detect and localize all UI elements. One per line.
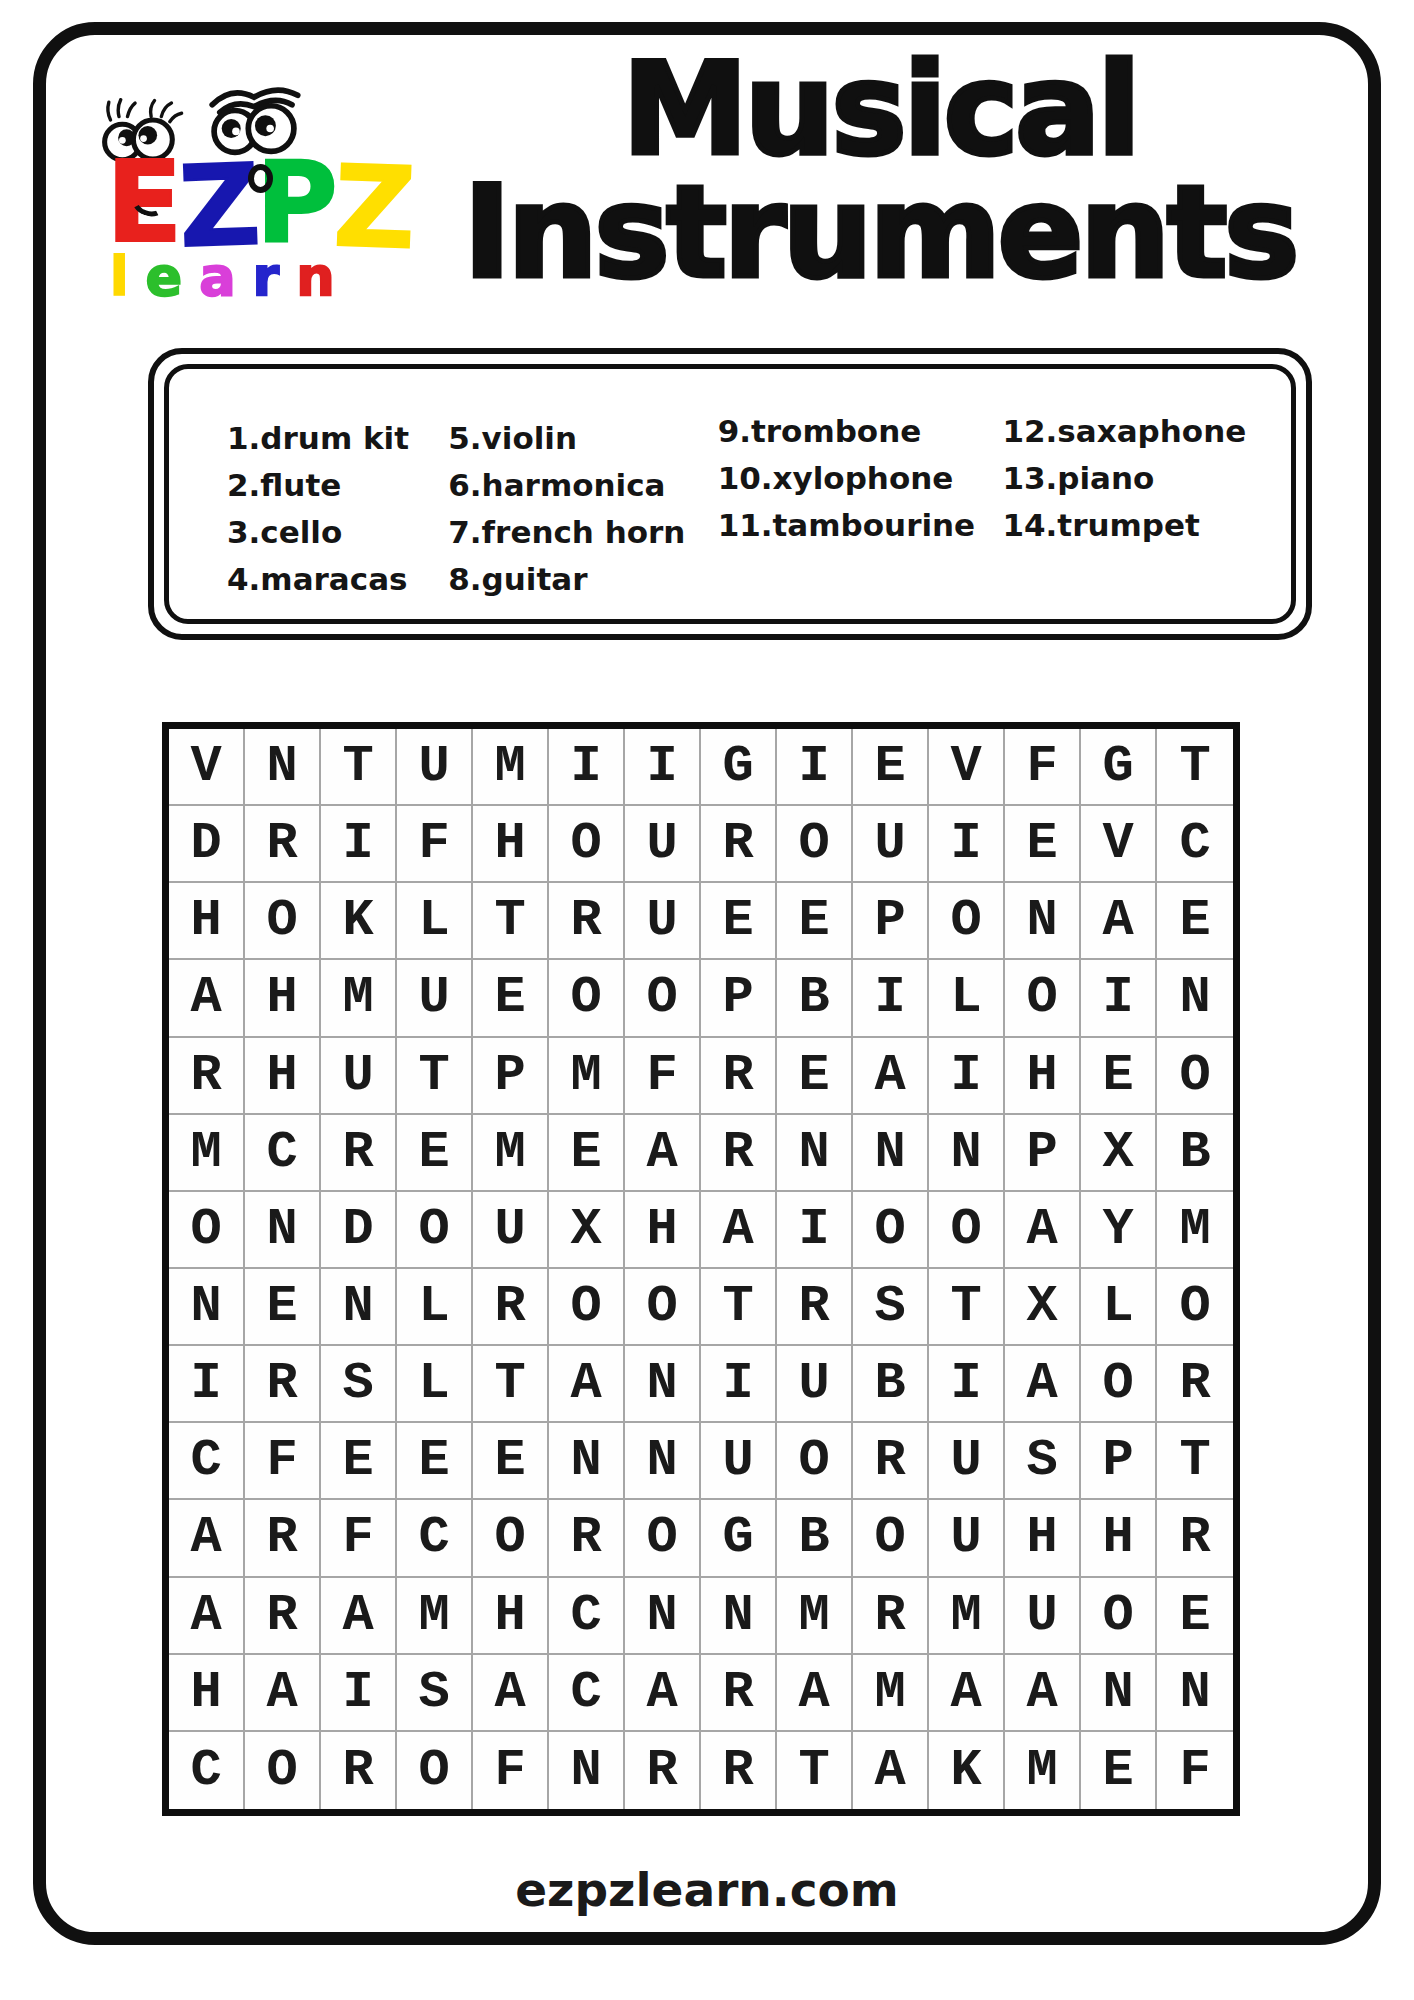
- word-list-item: 8.guitar: [448, 556, 717, 603]
- grid-cell-r8c8[interactable]: T: [701, 1269, 777, 1346]
- grid-cell-r4c2[interactable]: H: [245, 960, 321, 1037]
- grid-cell-r10c9[interactable]: O: [777, 1423, 853, 1500]
- grid-cell-r2c14[interactable]: C: [1157, 806, 1233, 883]
- grid-cell-r2c9[interactable]: O: [777, 806, 853, 883]
- grid-cell-r5c12[interactable]: H: [1005, 1038, 1081, 1115]
- grid-cell-r10c5[interactable]: E: [473, 1423, 549, 1500]
- word-list-column-3: 9.trombone10.xylophone11.tambourine: [718, 408, 1003, 619]
- grid-cell-r11c13[interactable]: H: [1081, 1500, 1157, 1577]
- grid-cell-r14c4[interactable]: O: [397, 1732, 473, 1809]
- grid-cell-r7c11[interactable]: O: [929, 1192, 1005, 1269]
- grid-cell-r14c9[interactable]: T: [777, 1732, 853, 1809]
- word-search-grid: VNTUMIIGIEVFGTDRIFHOUROUIEVCHOKLTRUEEPON…: [162, 722, 1240, 1816]
- grid-cell-r13c10[interactable]: M: [853, 1655, 929, 1732]
- word-list-item: 4.maracas: [227, 556, 448, 603]
- grid-cell-r8c10[interactable]: S: [853, 1269, 929, 1346]
- grid-cell-r4c5[interactable]: E: [473, 960, 549, 1037]
- grid-cell-r3c7[interactable]: U: [625, 883, 701, 960]
- grid-cell-r8c1[interactable]: N: [169, 1269, 245, 1346]
- grid-cell-r5c14[interactable]: O: [1157, 1038, 1233, 1115]
- grid-cell-r11c5[interactable]: O: [473, 1500, 549, 1577]
- grid-cell-r12c14[interactable]: E: [1157, 1578, 1233, 1655]
- grid-cell-r12c6[interactable]: C: [549, 1578, 625, 1655]
- grid-cell-r12c13[interactable]: O: [1081, 1578, 1157, 1655]
- grid-cell-r9c12[interactable]: A: [1005, 1346, 1081, 1423]
- grid-cell-r10c7[interactable]: N: [625, 1423, 701, 1500]
- logo-letter-p-3: P: [256, 146, 334, 258]
- grid-cell-r3c11[interactable]: O: [929, 883, 1005, 960]
- grid-cell-r6c5[interactable]: M: [473, 1115, 549, 1192]
- grid-cell-r14c12[interactable]: M: [1005, 1732, 1081, 1809]
- grid-cell-r8c6[interactable]: O: [549, 1269, 625, 1346]
- word-list-item: 7.french horn: [448, 509, 717, 556]
- grid-cell-r10c13[interactable]: P: [1081, 1423, 1157, 1500]
- grid-cell-r3c13[interactable]: A: [1081, 883, 1157, 960]
- grid-cell-r3c1[interactable]: H: [169, 883, 245, 960]
- grid-cell-r9c9[interactable]: U: [777, 1346, 853, 1423]
- grid-cell-r13c8[interactable]: R: [701, 1655, 777, 1732]
- grid-cell-r7c13[interactable]: Y: [1081, 1192, 1157, 1269]
- logo-learn-letter-l-1: l: [110, 245, 146, 308]
- grid-cell-r13c11[interactable]: A: [929, 1655, 1005, 1732]
- grid-cell-r11c3[interactable]: F: [321, 1500, 397, 1577]
- grid-cell-r5c3[interactable]: U: [321, 1038, 397, 1115]
- grid-cell-r1c4[interactable]: U: [397, 729, 473, 806]
- grid-cell-r5c13[interactable]: E: [1081, 1038, 1157, 1115]
- word-list-column-4: 12.saxaphone13.piano14.trumpet: [1002, 408, 1291, 619]
- grid-cell-r5c11[interactable]: I: [929, 1038, 1005, 1115]
- grid-cell-r6c2[interactable]: C: [245, 1115, 321, 1192]
- grid-cell-r12c7[interactable]: N: [625, 1578, 701, 1655]
- grid-cell-r2c11[interactable]: I: [929, 806, 1005, 883]
- grid-cell-r11c11[interactable]: U: [929, 1500, 1005, 1577]
- grid-cell-r2c1[interactable]: D: [169, 806, 245, 883]
- grid-cell-r5c1[interactable]: R: [169, 1038, 245, 1115]
- grid-cell-r11c1[interactable]: A: [169, 1500, 245, 1577]
- grid-cell-r2c7[interactable]: U: [625, 806, 701, 883]
- grid-cell-r9c13[interactable]: O: [1081, 1346, 1157, 1423]
- grid-cell-r6c7[interactable]: A: [625, 1115, 701, 1192]
- grid-cell-r4c10[interactable]: I: [853, 960, 929, 1037]
- grid-cell-r3c6[interactable]: R: [549, 883, 625, 960]
- grid-cell-r14c7[interactable]: R: [625, 1732, 701, 1809]
- grid-cell-r10c2[interactable]: F: [245, 1423, 321, 1500]
- grid-cell-r14c3[interactable]: R: [321, 1732, 397, 1809]
- grid-cell-r4c11[interactable]: L: [929, 960, 1005, 1037]
- grid-cell-r9c11[interactable]: I: [929, 1346, 1005, 1423]
- grid-cell-r6c11[interactable]: N: [929, 1115, 1005, 1192]
- grid-cell-r9c2[interactable]: R: [245, 1346, 321, 1423]
- ezpz-learn-logo: EZPZ learn: [88, 68, 408, 303]
- grid-cell-r5c5[interactable]: P: [473, 1038, 549, 1115]
- grid-cell-r5c2[interactable]: H: [245, 1038, 321, 1115]
- word-list-item: 14.trumpet: [1002, 502, 1291, 549]
- footer-site-url: ezpzlearn.com: [0, 1862, 1414, 1917]
- grid-cell-r3c9[interactable]: E: [777, 883, 853, 960]
- grid-cell-r14c2[interactable]: O: [245, 1732, 321, 1809]
- grid-cell-r3c3[interactable]: K: [321, 883, 397, 960]
- grid-cell-r8c12[interactable]: X: [1005, 1269, 1081, 1346]
- grid-cell-r11c8[interactable]: G: [701, 1500, 777, 1577]
- grid-cell-r12c12[interactable]: U: [1005, 1578, 1081, 1655]
- word-list-item: 10.xylophone: [718, 455, 1003, 502]
- grid-cell-r12c1[interactable]: A: [169, 1578, 245, 1655]
- grid-cell-r1c1[interactable]: V: [169, 729, 245, 806]
- grid-cell-r11c7[interactable]: O: [625, 1500, 701, 1577]
- grid-cell-r6c13[interactable]: X: [1081, 1115, 1157, 1192]
- grid-cell-r14c5[interactable]: F: [473, 1732, 549, 1809]
- grid-cell-r2c10[interactable]: U: [853, 806, 929, 883]
- word-list-item: 9.trombone: [718, 408, 1003, 455]
- grid-cell-r2c12[interactable]: E: [1005, 806, 1081, 883]
- grid-cell-r2c5[interactable]: H: [473, 806, 549, 883]
- grid-cell-r5c4[interactable]: T: [397, 1038, 473, 1115]
- grid-cell-r1c9[interactable]: I: [777, 729, 853, 806]
- grid-cell-r4c4[interactable]: U: [397, 960, 473, 1037]
- grid-cell-r6c10[interactable]: N: [853, 1115, 929, 1192]
- grid-cell-r3c2[interactable]: O: [245, 883, 321, 960]
- word-list-item: 12.saxaphone: [1002, 408, 1291, 455]
- word-list-inner-box: 1.drum kit2.flute3.cello4.maracas 5.viol…: [164, 364, 1296, 624]
- grid-cell-r12c2[interactable]: R: [245, 1578, 321, 1655]
- grid-cell-r2c2[interactable]: R: [245, 806, 321, 883]
- grid-cell-r6c3[interactable]: R: [321, 1115, 397, 1192]
- grid-cell-r6c12[interactable]: P: [1005, 1115, 1081, 1192]
- logo-learn-letters: learn: [110, 250, 352, 304]
- grid-cell-r8c2[interactable]: E: [245, 1269, 321, 1346]
- grid-cell-r8c13[interactable]: L: [1081, 1269, 1157, 1346]
- grid-cell-r5c8[interactable]: R: [701, 1038, 777, 1115]
- grid-cell-r12c10[interactable]: R: [853, 1578, 929, 1655]
- grid-cell-r12c11[interactable]: M: [929, 1578, 1005, 1655]
- grid-cell-r13c2[interactable]: A: [245, 1655, 321, 1732]
- grid-cell-r5c6[interactable]: M: [549, 1038, 625, 1115]
- grid-cell-r10c11[interactable]: U: [929, 1423, 1005, 1500]
- grid-cell-r1c2[interactable]: N: [245, 729, 321, 806]
- grid-cell-r10c3[interactable]: E: [321, 1423, 397, 1500]
- word-list-column-1: 1.drum kit2.flute3.cello4.maracas: [227, 415, 448, 619]
- grid-cell-r13c6[interactable]: C: [549, 1655, 625, 1732]
- grid-cell-r13c14[interactable]: N: [1157, 1655, 1233, 1732]
- grid-cell-r7c6[interactable]: X: [549, 1192, 625, 1269]
- grid-cell-r9c3[interactable]: S: [321, 1346, 397, 1423]
- grid-cell-r3c8[interactable]: E: [701, 883, 777, 960]
- grid-cell-r13c4[interactable]: S: [397, 1655, 473, 1732]
- grid-cell-r9c8[interactable]: I: [701, 1346, 777, 1423]
- grid-cell-r9c5[interactable]: T: [473, 1346, 549, 1423]
- word-list-item: 1.drum kit: [227, 415, 448, 462]
- grid-cell-r10c1[interactable]: C: [169, 1423, 245, 1500]
- grid-cell-r14c8[interactable]: R: [701, 1732, 777, 1809]
- grid-cell-r6c14[interactable]: B: [1157, 1115, 1233, 1192]
- grid-cell-r10c10[interactable]: R: [853, 1423, 929, 1500]
- word-list-box: 1.drum kit2.flute3.cello4.maracas 5.viol…: [148, 348, 1312, 640]
- grid-cell-r3c4[interactable]: L: [397, 883, 473, 960]
- grid-cell-r11c10[interactable]: O: [853, 1500, 929, 1577]
- grid-cell-r7c7[interactable]: H: [625, 1192, 701, 1269]
- logo-learn-letter-a-3: a: [199, 245, 252, 308]
- grid-cell-r14c11[interactable]: K: [929, 1732, 1005, 1809]
- logo-surprised-mouth: [248, 164, 273, 193]
- grid-cell-r4c13[interactable]: I: [1081, 960, 1157, 1037]
- logo-learn-letter-r-4: r: [253, 245, 297, 308]
- grid-cell-r13c3[interactable]: I: [321, 1655, 397, 1732]
- grid-cell-r12c9[interactable]: M: [777, 1578, 853, 1655]
- grid-cell-r10c8[interactable]: U: [701, 1423, 777, 1500]
- grid-cell-r7c10[interactable]: O: [853, 1192, 929, 1269]
- grid-cell-r9c1[interactable]: I: [169, 1346, 245, 1423]
- grid-cell-r13c7[interactable]: A: [625, 1655, 701, 1732]
- grid-cell-r8c14[interactable]: O: [1157, 1269, 1233, 1346]
- grid-cell-r4c7[interactable]: O: [625, 960, 701, 1037]
- grid-cell-r4c8[interactable]: P: [701, 960, 777, 1037]
- worksheet-title: Musical Instruments: [400, 48, 1360, 295]
- grid-cell-r7c5[interactable]: U: [473, 1192, 549, 1269]
- grid-cell-r9c7[interactable]: N: [625, 1346, 701, 1423]
- grid-cell-r6c9[interactable]: N: [777, 1115, 853, 1192]
- word-list-item: 13.piano: [1002, 455, 1291, 502]
- grid-cell-r14c6[interactable]: N: [549, 1732, 625, 1809]
- grid-cell-r9c14[interactable]: R: [1157, 1346, 1233, 1423]
- grid-cell-r13c9[interactable]: A: [777, 1655, 853, 1732]
- grid-cell-r13c13[interactable]: N: [1081, 1655, 1157, 1732]
- grid-cell-r11c4[interactable]: C: [397, 1500, 473, 1577]
- grid-cell-r9c4[interactable]: L: [397, 1346, 473, 1423]
- grid-cell-r13c12[interactable]: A: [1005, 1655, 1081, 1732]
- grid-cell-r2c4[interactable]: F: [397, 806, 473, 883]
- grid-cell-r7c9[interactable]: I: [777, 1192, 853, 1269]
- grid-cell-r11c12[interactable]: H: [1005, 1500, 1081, 1577]
- grid-cell-r7c8[interactable]: A: [701, 1192, 777, 1269]
- grid-cell-r1c7[interactable]: I: [625, 729, 701, 806]
- grid-cell-r14c10[interactable]: A: [853, 1732, 929, 1809]
- grid-cell-r14c1[interactable]: C: [169, 1732, 245, 1809]
- grid-cell-r13c1[interactable]: H: [169, 1655, 245, 1732]
- grid-cell-r8c4[interactable]: L: [397, 1269, 473, 1346]
- word-list-item: 2.flute: [227, 462, 448, 509]
- grid-cell-r1c6[interactable]: I: [549, 729, 625, 806]
- grid-cell-r1c10[interactable]: E: [853, 729, 929, 806]
- logo-learn-letter-e-2: e: [146, 245, 200, 308]
- grid-cell-r11c2[interactable]: R: [245, 1500, 321, 1577]
- grid-cell-r3c10[interactable]: P: [853, 883, 929, 960]
- grid-cell-r9c6[interactable]: A: [549, 1346, 625, 1423]
- grid-cell-r8c7[interactable]: O: [625, 1269, 701, 1346]
- grid-cell-r10c4[interactable]: E: [397, 1423, 473, 1500]
- grid-cell-r3c5[interactable]: T: [473, 883, 549, 960]
- grid-cell-r1c12[interactable]: F: [1005, 729, 1081, 806]
- word-list-item: 5.violin: [448, 415, 717, 462]
- grid-cell-r6c8[interactable]: R: [701, 1115, 777, 1192]
- grid-cell-r1c5[interactable]: M: [473, 729, 549, 806]
- grid-cell-r12c5[interactable]: H: [473, 1578, 549, 1655]
- grid-cell-r1c3[interactable]: T: [321, 729, 397, 806]
- grid-cell-r1c8[interactable]: G: [701, 729, 777, 806]
- logo-learn-letter-n-5: n: [296, 245, 351, 308]
- grid-cell-r4c9[interactable]: B: [777, 960, 853, 1037]
- grid-cell-r7c3[interactable]: D: [321, 1192, 397, 1269]
- grid-cell-r4c14[interactable]: N: [1157, 960, 1233, 1037]
- grid-cell-r6c4[interactable]: E: [397, 1115, 473, 1192]
- grid-cell-r14c13[interactable]: E: [1081, 1732, 1157, 1809]
- grid-cell-r12c8[interactable]: N: [701, 1578, 777, 1655]
- grid-cell-r9c10[interactable]: B: [853, 1346, 929, 1423]
- grid-cell-r7c14[interactable]: M: [1157, 1192, 1233, 1269]
- grid-cell-r11c14[interactable]: R: [1157, 1500, 1233, 1577]
- grid-cell-r1c13[interactable]: G: [1081, 729, 1157, 806]
- grid-cell-r10c14[interactable]: T: [1157, 1423, 1233, 1500]
- grid-cell-r7c12[interactable]: A: [1005, 1192, 1081, 1269]
- grid-cell-r2c8[interactable]: R: [701, 806, 777, 883]
- grid-cell-r11c6[interactable]: R: [549, 1500, 625, 1577]
- word-list-item: 3.cello: [227, 509, 448, 556]
- grid-cell-r2c6[interactable]: O: [549, 806, 625, 883]
- grid-cell-r7c2[interactable]: N: [245, 1192, 321, 1269]
- grid-cell-r3c12[interactable]: N: [1005, 883, 1081, 960]
- grid-cell-r11c9[interactable]: B: [777, 1500, 853, 1577]
- grid-cell-r4c3[interactable]: M: [321, 960, 397, 1037]
- grid-cell-r8c9[interactable]: R: [777, 1269, 853, 1346]
- grid-cell-r2c13[interactable]: V: [1081, 806, 1157, 883]
- grid-cell-r8c5[interactable]: R: [473, 1269, 549, 1346]
- title-line-1: Musical: [400, 48, 1360, 171]
- grid-cell-r1c11[interactable]: V: [929, 729, 1005, 806]
- grid-cell-r5c7[interactable]: F: [625, 1038, 701, 1115]
- grid-cell-r6c1[interactable]: M: [169, 1115, 245, 1192]
- grid-cell-r4c6[interactable]: O: [549, 960, 625, 1037]
- grid-cell-r1c14[interactable]: T: [1157, 729, 1233, 806]
- grid-cell-r5c10[interactable]: A: [853, 1038, 929, 1115]
- grid-cell-r5c9[interactable]: E: [777, 1038, 853, 1115]
- grid-cell-r6c6[interactable]: E: [549, 1115, 625, 1192]
- title-line-2: Instruments: [400, 171, 1360, 294]
- grid-cell-r12c4[interactable]: M: [397, 1578, 473, 1655]
- grid-cell-r7c1[interactable]: O: [169, 1192, 245, 1269]
- grid-cell-r10c12[interactable]: S: [1005, 1423, 1081, 1500]
- grid-cell-r14c14[interactable]: F: [1157, 1732, 1233, 1809]
- word-list-item: 6.harmonica: [448, 462, 717, 509]
- grid-cell-r3c14[interactable]: E: [1157, 883, 1233, 960]
- grid-cell-r7c4[interactable]: O: [397, 1192, 473, 1269]
- grid-cell-r12c3[interactable]: A: [321, 1578, 397, 1655]
- grid-cell-r4c12[interactable]: O: [1005, 960, 1081, 1037]
- grid-cell-r4c1[interactable]: A: [169, 960, 245, 1037]
- word-list-item: 11.tambourine: [718, 502, 1003, 549]
- grid-cell-r8c3[interactable]: N: [321, 1269, 397, 1346]
- word-list-column-2: 5.violin6.harmonica7.french horn8.guitar: [448, 415, 717, 619]
- grid-cell-r13c5[interactable]: A: [473, 1655, 549, 1732]
- grid-cell-r10c6[interactable]: N: [549, 1423, 625, 1500]
- grid-cell-r8c11[interactable]: T: [929, 1269, 1005, 1346]
- grid-cell-r2c3[interactable]: I: [321, 806, 397, 883]
